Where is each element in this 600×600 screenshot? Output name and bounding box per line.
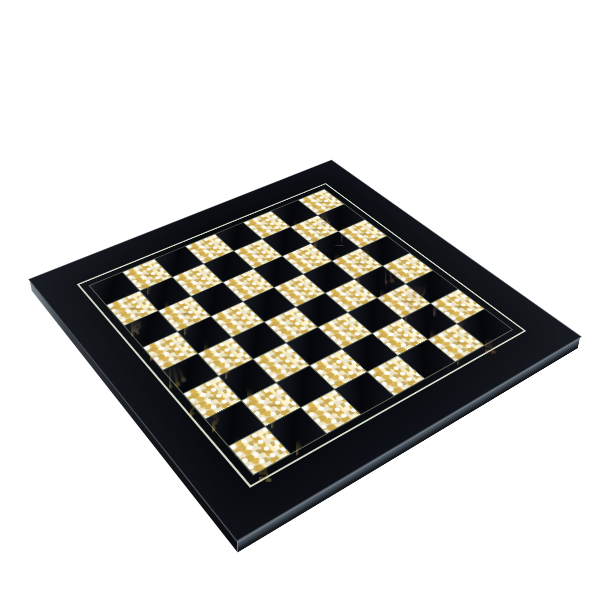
black-pawn-glyph: ♟ — [323, 224, 347, 249]
black-pawn-glyph: ♟ — [367, 259, 392, 286]
white-rook-glyph: ♜ — [240, 415, 278, 455]
black-pawn-glyph: ♟ — [443, 318, 470, 347]
square-g6[interactable] — [373, 319, 427, 355]
black-pawn-glyph: ♟ — [391, 277, 417, 304]
board-perspective: ♜♟♟♜♞♟♟♞♝♟♟♝♛♟♟♛♚♟♟♚♝♟♟♝♞♟♟♞♜♟♟♜ — [0, 0, 600, 600]
black-rook-glyph: ♜ — [468, 296, 501, 331]
chess-board: ♜♟♟♜♞♟♟♞♝♟♟♝♛♟♟♛♚♟♟♚♝♟♟♝♞♟♟♞♜♟♟♜ — [28, 160, 582, 542]
chess-board-grid: ♜♟♟♜♞♟♟♞♝♟♟♝♛♟♟♛♚♟♟♚♝♟♟♝♞♟♟♞♜♟♟♜ — [89, 189, 514, 476]
white-pawn-glyph: ♟ — [281, 403, 311, 435]
product-photo-canvas: ♜♟♟♜♞♟♟♞♝♟♟♝♛♟♟♛♚♟♟♚♝♟♟♝♞♟♟♞♜♟♟♜ — [0, 0, 600, 600]
black-pawn-glyph: ♟ — [416, 297, 442, 325]
black-pawn-glyph: ♟ — [345, 241, 370, 267]
